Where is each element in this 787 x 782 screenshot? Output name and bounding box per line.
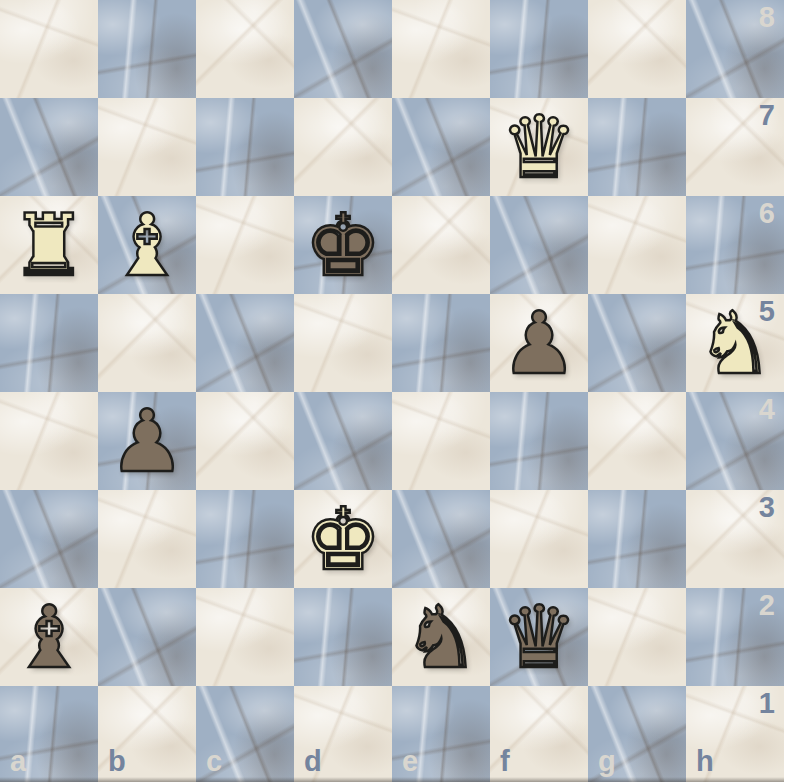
file-label-h: h bbox=[696, 747, 714, 776]
square-d1[interactable]: d bbox=[294, 686, 392, 782]
square-d3[interactable]: ♚ bbox=[294, 490, 392, 588]
black-pawn-b4[interactable]: ♟ bbox=[108, 392, 185, 490]
rank-label-4: 4 bbox=[759, 395, 775, 424]
square-d2[interactable] bbox=[294, 588, 392, 686]
board-container: 8♛7♜♝♚6♟♞5♟4♚3♝♞♛2abcdefg1h bbox=[0, 0, 784, 782]
square-h2[interactable]: 2 bbox=[686, 588, 784, 686]
square-a8[interactable] bbox=[0, 0, 98, 98]
square-h4[interactable]: 4 bbox=[686, 392, 784, 490]
black-pawn-f5[interactable]: ♟ bbox=[500, 294, 577, 392]
square-f3[interactable] bbox=[490, 490, 588, 588]
square-a3[interactable] bbox=[0, 490, 98, 588]
square-g5[interactable] bbox=[588, 294, 686, 392]
square-e2[interactable]: ♞ bbox=[392, 588, 490, 686]
square-b2[interactable] bbox=[98, 588, 196, 686]
square-b5[interactable] bbox=[98, 294, 196, 392]
square-b1[interactable]: b bbox=[98, 686, 196, 782]
rank-label-3: 3 bbox=[759, 493, 775, 522]
black-king-d6[interactable]: ♚ bbox=[304, 196, 381, 294]
rank-label-2: 2 bbox=[759, 591, 775, 620]
rank-label-7: 7 bbox=[759, 101, 775, 130]
chess-board: 8♛7♜♝♚6♟♞5♟4♚3♝♞♛2abcdefg1h bbox=[0, 0, 784, 782]
square-f1[interactable]: f bbox=[490, 686, 588, 782]
square-d7[interactable] bbox=[294, 98, 392, 196]
square-g3[interactable] bbox=[588, 490, 686, 588]
rank-label-6: 6 bbox=[759, 199, 775, 228]
square-b7[interactable] bbox=[98, 98, 196, 196]
square-f6[interactable] bbox=[490, 196, 588, 294]
square-g2[interactable] bbox=[588, 588, 686, 686]
square-a5[interactable] bbox=[0, 294, 98, 392]
square-g4[interactable] bbox=[588, 392, 686, 490]
square-e7[interactable] bbox=[392, 98, 490, 196]
square-c7[interactable] bbox=[196, 98, 294, 196]
file-label-b: b bbox=[108, 747, 126, 776]
square-h1[interactable]: 1h bbox=[686, 686, 784, 782]
square-c8[interactable] bbox=[196, 0, 294, 98]
file-label-d: d bbox=[304, 747, 322, 776]
square-c4[interactable] bbox=[196, 392, 294, 490]
square-g6[interactable] bbox=[588, 196, 686, 294]
square-h7[interactable]: 7 bbox=[686, 98, 784, 196]
white-rook-a6[interactable]: ♜ bbox=[10, 196, 87, 294]
rank-label-1: 1 bbox=[759, 689, 775, 718]
square-f4[interactable] bbox=[490, 392, 588, 490]
square-g7[interactable] bbox=[588, 98, 686, 196]
file-label-c: c bbox=[206, 747, 222, 776]
square-a4[interactable] bbox=[0, 392, 98, 490]
square-c1[interactable]: c bbox=[196, 686, 294, 782]
square-h5[interactable]: ♞5 bbox=[686, 294, 784, 392]
square-b4[interactable]: ♟ bbox=[98, 392, 196, 490]
square-c2[interactable] bbox=[196, 588, 294, 686]
square-a1[interactable]: a bbox=[0, 686, 98, 782]
square-d5[interactable] bbox=[294, 294, 392, 392]
square-e5[interactable] bbox=[392, 294, 490, 392]
square-d6[interactable]: ♚ bbox=[294, 196, 392, 294]
square-e6[interactable] bbox=[392, 196, 490, 294]
square-h6[interactable]: 6 bbox=[686, 196, 784, 294]
file-label-a: a bbox=[10, 747, 26, 776]
file-label-f: f bbox=[500, 747, 510, 776]
square-a6[interactable]: ♜ bbox=[0, 196, 98, 294]
white-king-d3[interactable]: ♚ bbox=[304, 490, 381, 588]
square-e4[interactable] bbox=[392, 392, 490, 490]
square-d4[interactable] bbox=[294, 392, 392, 490]
file-label-g: g bbox=[598, 747, 616, 776]
file-label-e: e bbox=[402, 747, 418, 776]
square-g8[interactable] bbox=[588, 0, 686, 98]
square-e8[interactable] bbox=[392, 0, 490, 98]
square-c3[interactable] bbox=[196, 490, 294, 588]
black-queen-f2[interactable]: ♛ bbox=[500, 588, 577, 686]
square-e1[interactable]: e bbox=[392, 686, 490, 782]
square-a2[interactable]: ♝ bbox=[0, 588, 98, 686]
square-b6[interactable]: ♝ bbox=[98, 196, 196, 294]
square-h8[interactable]: 8 bbox=[686, 0, 784, 98]
square-c5[interactable] bbox=[196, 294, 294, 392]
square-c6[interactable] bbox=[196, 196, 294, 294]
square-b8[interactable] bbox=[98, 0, 196, 98]
square-h3[interactable]: 3 bbox=[686, 490, 784, 588]
square-d8[interactable] bbox=[294, 0, 392, 98]
square-g1[interactable]: g bbox=[588, 686, 686, 782]
white-bishop-b6[interactable]: ♝ bbox=[108, 196, 185, 294]
square-f2[interactable]: ♛ bbox=[490, 588, 588, 686]
rank-label-5: 5 bbox=[759, 297, 775, 326]
square-f5[interactable]: ♟ bbox=[490, 294, 588, 392]
square-a7[interactable] bbox=[0, 98, 98, 196]
square-f8[interactable] bbox=[490, 0, 588, 98]
square-b3[interactable] bbox=[98, 490, 196, 588]
square-e3[interactable] bbox=[392, 490, 490, 588]
white-queen-f7[interactable]: ♛ bbox=[500, 98, 577, 196]
rank-label-8: 8 bbox=[759, 3, 775, 32]
black-knight-e2[interactable]: ♞ bbox=[402, 588, 479, 686]
black-bishop-a2[interactable]: ♝ bbox=[10, 588, 87, 686]
square-f7[interactable]: ♛ bbox=[490, 98, 588, 196]
